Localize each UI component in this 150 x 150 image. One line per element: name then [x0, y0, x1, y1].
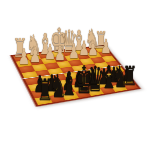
- board-grid: [13, 46, 138, 105]
- chess-board-mat: [13, 46, 138, 105]
- chess-set-photo: ♜♞♝♚♛♝♞♜♟♟♟♟♟♟♟♟♟♟♟♟♟♟♟♟♜♞♝♚♛♝♞♜: [0, 0, 150, 150]
